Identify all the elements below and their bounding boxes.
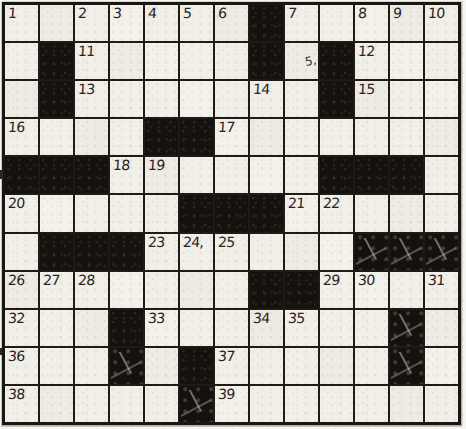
black-cell-r7c3 — [75, 234, 108, 270]
black-cell-r8c9 — [285, 272, 318, 308]
black-cell-r3c2 — [40, 81, 73, 117]
cell-r7c10[interactable] — [320, 234, 353, 270]
cell-r2c12[interactable] — [390, 43, 423, 79]
clue-number: 19 — [147, 158, 165, 173]
clue-number: 34 — [252, 311, 270, 326]
clue-number: 11 — [77, 44, 95, 59]
cell-r8c11[interactable]: 30 — [355, 272, 388, 308]
clue-number: 3 — [112, 6, 121, 21]
cell-r1c9[interactable]: 7 — [285, 5, 318, 41]
cell-r10c11[interactable] — [355, 348, 388, 384]
cell-r9c7[interactable] — [215, 310, 248, 346]
cell-r7c6[interactable]: 24, — [180, 234, 213, 270]
cell-r8c10[interactable]: 29 — [320, 272, 353, 308]
cell-r1c11[interactable]: 8 — [355, 5, 388, 41]
cell-r11c1[interactable]: 38 — [5, 386, 38, 422]
clue-number: 4 — [147, 6, 156, 21]
clue-number: 35 — [287, 311, 305, 326]
cell-r6c13[interactable] — [425, 195, 458, 231]
cell-r1c7[interactable]: 6 — [215, 5, 248, 41]
cell-r2c4[interactable] — [110, 43, 143, 79]
cell-r9c5[interactable]: 33 — [145, 310, 178, 346]
cell-r7c5[interactable]: 23 — [145, 234, 178, 270]
cell-r4c2[interactable] — [40, 119, 73, 155]
cell-r11c11[interactable] — [355, 386, 388, 422]
cell-r6c11[interactable] — [355, 195, 388, 231]
clue-number: 30 — [357, 273, 375, 288]
margin-ink-tick — [0, 348, 2, 355]
cell-r1c3[interactable]: 2 — [75, 5, 108, 41]
cell-r3c7[interactable] — [215, 81, 248, 117]
cell-r4c9[interactable] — [285, 119, 318, 155]
cell-r6c4[interactable] — [110, 195, 143, 231]
cell-r6c3[interactable] — [75, 195, 108, 231]
clue-number: 23 — [147, 235, 165, 250]
black-cell-r7c13 — [425, 234, 458, 270]
clue-number: 32 — [7, 311, 25, 326]
black-cell-r5c11 — [355, 157, 388, 193]
cell-r11c13[interactable] — [425, 386, 458, 422]
cell-r6c2[interactable] — [40, 195, 73, 231]
black-cell-r2c2 — [40, 43, 73, 79]
cell-r3c8[interactable]: 14 — [250, 81, 283, 117]
black-cell-r9c4 — [110, 310, 143, 346]
black-cell-r4c5 — [145, 119, 178, 155]
cell-r2c3[interactable]: 11 — [75, 43, 108, 79]
clue-number: 10 — [427, 6, 445, 21]
cell-r11c2[interactable] — [40, 386, 73, 422]
cell-r1c5[interactable]: 4 — [145, 5, 178, 41]
scanned-crossword-page: { "game": "crossword", "description": "S… — [0, 0, 466, 429]
black-cell-r10c12 — [390, 348, 423, 384]
cell-r2c11[interactable]: 12 — [355, 43, 388, 79]
black-cell-r2c8 — [250, 43, 283, 79]
cell-r1c13[interactable]: 10 — [425, 5, 458, 41]
black-cell-r6c7 — [215, 195, 248, 231]
cell-r10c3[interactable] — [75, 348, 108, 384]
cell-r1c10[interactable] — [320, 5, 353, 41]
clue-number: 18 — [112, 158, 130, 173]
cell-r8c1[interactable]: 26 — [5, 272, 38, 308]
clue-number: 21 — [287, 196, 305, 211]
cell-r5c13[interactable] — [425, 157, 458, 193]
cell-r7c9[interactable] — [285, 234, 318, 270]
cell-r8c7[interactable] — [215, 272, 248, 308]
cell-r10c13[interactable] — [425, 348, 458, 384]
cell-r2c1[interactable] — [5, 43, 38, 79]
cell-r1c12[interactable]: 9 — [390, 5, 423, 41]
black-cell-r8c8 — [250, 272, 283, 308]
cell-r4c12[interactable] — [390, 119, 423, 155]
cell-r10c10[interactable] — [320, 348, 353, 384]
cell-r1c2[interactable] — [40, 5, 73, 41]
black-cell-r5c1 — [5, 157, 38, 193]
clue-number: 7 — [287, 6, 296, 21]
cell-r8c13[interactable]: 31 — [425, 272, 458, 308]
cell-r8c2[interactable]: 27 — [40, 272, 73, 308]
black-cell-r11c6 — [180, 386, 213, 422]
cell-r1c1[interactable]: 1 — [5, 5, 38, 41]
cell-r4c1[interactable]: 16 — [5, 119, 38, 155]
clue-number: 22 — [322, 196, 340, 211]
black-cell-r2c10 — [320, 43, 353, 79]
cell-r4c10[interactable] — [320, 119, 353, 155]
clue-number: 37 — [217, 349, 235, 364]
cell-r7c1[interactable] — [5, 234, 38, 270]
cell-r7c8[interactable] — [250, 234, 283, 270]
cell-r2c6[interactable] — [180, 43, 213, 79]
cell-r5c7[interactable] — [215, 157, 248, 193]
crossword-grid: 123456789101112131415161718192021222324,… — [2, 2, 461, 425]
cell-r3c9[interactable] — [285, 81, 318, 117]
black-cell-r7c4 — [110, 234, 143, 270]
clue-number: 26 — [7, 273, 25, 288]
cell-r10c2[interactable] — [40, 348, 73, 384]
black-cell-r7c11 — [355, 234, 388, 270]
cell-r2c7[interactable] — [215, 43, 248, 79]
cell-r11c7[interactable]: 39 — [215, 386, 248, 422]
cell-r8c12[interactable] — [390, 272, 423, 308]
cell-r5c4[interactable]: 18 — [110, 157, 143, 193]
cell-r11c9[interactable] — [285, 386, 318, 422]
cell-r10c1[interactable]: 36 — [5, 348, 38, 384]
cell-r6c10[interactable]: 22 — [320, 195, 353, 231]
clue-number: 5 — [182, 6, 191, 21]
cell-r10c8[interactable] — [250, 348, 283, 384]
cell-r11c4[interactable] — [110, 386, 143, 422]
cell-r9c13[interactable] — [425, 310, 458, 346]
cell-r1c4[interactable]: 3 — [110, 5, 143, 41]
clue-number: 6 — [217, 6, 226, 21]
cell-r9c8[interactable]: 34 — [250, 310, 283, 346]
cell-r6c1[interactable]: 20 — [5, 195, 38, 231]
clue-number: 2 — [77, 6, 86, 21]
cell-r4c13[interactable] — [425, 119, 458, 155]
cell-r11c5[interactable] — [145, 386, 178, 422]
black-cell-r3c10 — [320, 81, 353, 117]
cell-r9c10[interactable] — [320, 310, 353, 346]
cell-r5c8[interactable] — [250, 157, 283, 193]
black-cell-r9c12 — [390, 310, 423, 346]
stray-ink-mark: 5, — [304, 54, 317, 68]
cell-r9c1[interactable]: 32 — [5, 310, 38, 346]
cell-r1c6[interactable]: 5 — [180, 5, 213, 41]
cell-r8c6[interactable] — [180, 272, 213, 308]
clue-number: 29 — [322, 273, 340, 288]
cell-r3c12[interactable] — [390, 81, 423, 117]
cell-r4c7[interactable]: 17 — [215, 119, 248, 155]
black-cell-r5c3 — [75, 157, 108, 193]
cell-r3c3[interactable]: 13 — [75, 81, 108, 117]
cell-r4c11[interactable] — [355, 119, 388, 155]
black-cell-r7c2 — [40, 234, 73, 270]
cell-r5c5[interactable]: 19 — [145, 157, 178, 193]
black-cell-r6c8 — [250, 195, 283, 231]
cell-r2c5[interactable] — [145, 43, 178, 79]
black-cell-r7c12 — [390, 234, 423, 270]
clue-number: 27 — [42, 273, 60, 288]
black-cell-r4c6 — [180, 119, 213, 155]
clue-number: 25 — [217, 235, 235, 250]
cell-r3c4[interactable] — [110, 81, 143, 117]
cell-r6c12[interactable] — [390, 195, 423, 231]
margin-ink-tick — [0, 170, 3, 179]
black-cell-r6c6 — [180, 195, 213, 231]
clue-number: 39 — [217, 387, 235, 402]
clue-number: 33 — [147, 311, 165, 326]
clue-number: 8 — [357, 6, 366, 21]
clue-number: 15 — [357, 82, 375, 97]
cell-r5c6[interactable] — [180, 157, 213, 193]
clue-number: 16 — [7, 120, 25, 135]
cell-r2c13[interactable] — [425, 43, 458, 79]
cell-r3c11[interactable]: 15 — [355, 81, 388, 117]
clue-number: 13 — [77, 82, 95, 97]
cell-r11c10[interactable] — [320, 386, 353, 422]
cell-r3c6[interactable] — [180, 81, 213, 117]
clue-number: 24, — [182, 235, 203, 250]
clue-number: 14 — [252, 82, 270, 97]
cell-r3c13[interactable] — [425, 81, 458, 117]
black-cell-r10c4 — [110, 348, 143, 384]
cell-r11c12[interactable] — [390, 386, 423, 422]
cell-r10c5[interactable] — [145, 348, 178, 384]
cell-r9c11[interactable] — [355, 310, 388, 346]
clue-number: 38 — [7, 387, 25, 402]
cell-r8c4[interactable] — [110, 272, 143, 308]
clue-number: 12 — [357, 44, 375, 59]
clue-number: 28 — [77, 273, 95, 288]
cell-r9c3[interactable] — [75, 310, 108, 346]
cell-r9c6[interactable] — [180, 310, 213, 346]
cell-r6c5[interactable] — [145, 195, 178, 231]
cell-r7c7[interactable]: 25 — [215, 234, 248, 270]
cell-r6c9[interactable]: 21 — [285, 195, 318, 231]
cell-r10c9[interactable] — [285, 348, 318, 384]
black-cell-r5c10 — [320, 157, 353, 193]
cell-r5c9[interactable] — [285, 157, 318, 193]
cell-r11c8[interactable] — [250, 386, 283, 422]
cell-r4c8[interactable] — [250, 119, 283, 155]
cell-r4c4[interactable] — [110, 119, 143, 155]
cell-r8c5[interactable] — [145, 272, 178, 308]
black-cell-r10c6 — [180, 348, 213, 384]
cell-r3c1[interactable] — [5, 81, 38, 117]
black-cell-r5c2 — [40, 157, 73, 193]
cell-r9c2[interactable] — [40, 310, 73, 346]
clue-number: 36 — [7, 349, 25, 364]
cell-r10c7[interactable]: 37 — [215, 348, 248, 384]
clue-number: 1 — [7, 6, 16, 21]
cell-r8c3[interactable]: 28 — [75, 272, 108, 308]
clue-number: 31 — [427, 273, 445, 288]
clue-number: 17 — [217, 120, 235, 135]
black-cell-r5c12 — [390, 157, 423, 193]
cell-r4c3[interactable] — [75, 119, 108, 155]
cell-r3c5[interactable] — [145, 81, 178, 117]
clue-number: 9 — [392, 6, 401, 21]
clue-number: 20 — [7, 196, 25, 211]
cell-r9c9[interactable]: 35 — [285, 310, 318, 346]
cell-r11c3[interactable] — [75, 386, 108, 422]
black-cell-r1c8 — [250, 5, 283, 41]
